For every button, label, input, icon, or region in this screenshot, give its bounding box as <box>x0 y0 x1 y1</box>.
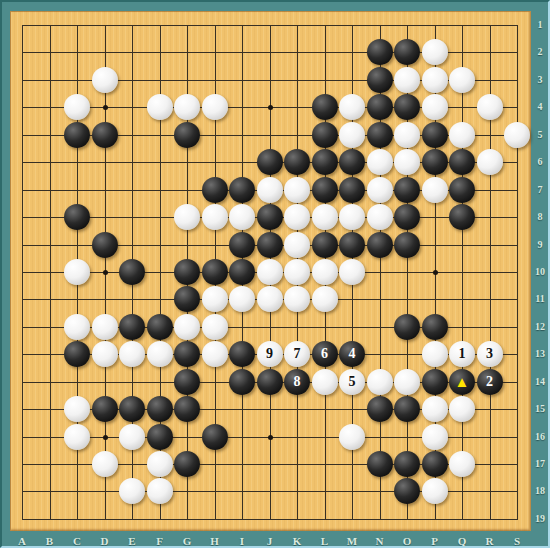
black-stone-Q8[interactable] <box>449 204 475 230</box>
white-stone-R13[interactable]: 3 <box>477 341 503 367</box>
white-stone-K8[interactable] <box>284 204 310 230</box>
black-stone-G5[interactable] <box>174 122 200 148</box>
row-label-1: 1 <box>530 19 550 30</box>
black-stone-N15[interactable] <box>367 396 393 422</box>
white-stone-L10[interactable] <box>312 259 338 285</box>
white-stone-O5[interactable] <box>394 122 420 148</box>
column-label-F: F <box>149 535 171 547</box>
column-label-N: N <box>369 535 391 547</box>
white-stone-H8[interactable] <box>202 204 228 230</box>
black-stone-K6[interactable] <box>284 149 310 175</box>
column-label-K: K <box>286 535 308 547</box>
black-stone-O17[interactable] <box>394 451 420 477</box>
black-stone-E12[interactable] <box>119 314 145 340</box>
star-point <box>103 435 108 440</box>
black-stone-N17[interactable] <box>367 451 393 477</box>
row-label-14: 14 <box>530 376 550 387</box>
black-stone-N3[interactable] <box>367 67 393 93</box>
white-stone-P7[interactable] <box>422 177 448 203</box>
black-stone-O7[interactable] <box>394 177 420 203</box>
row-label-7: 7 <box>530 184 550 195</box>
column-label-E: E <box>121 535 143 547</box>
star-point <box>103 105 108 110</box>
white-stone-Q5[interactable] <box>449 122 475 148</box>
white-stone-O3[interactable] <box>394 67 420 93</box>
white-stone-F13[interactable] <box>147 341 173 367</box>
white-stone-P2[interactable] <box>422 39 448 65</box>
black-stone-M7[interactable] <box>339 177 365 203</box>
white-stone-N6[interactable] <box>367 149 393 175</box>
white-stone-M10[interactable] <box>339 259 365 285</box>
white-stone-Q15[interactable] <box>449 396 475 422</box>
black-stone-I9[interactable] <box>229 232 255 258</box>
black-stone-M9[interactable] <box>339 232 365 258</box>
white-stone-I8[interactable] <box>229 204 255 230</box>
black-stone-I10[interactable] <box>229 259 255 285</box>
column-label-J: J <box>259 535 281 547</box>
black-stone-G10[interactable] <box>174 259 200 285</box>
column-label-R: R <box>479 535 501 547</box>
row-label-9: 9 <box>530 239 550 250</box>
black-stone-O9[interactable] <box>394 232 420 258</box>
white-stone-F18[interactable] <box>147 478 173 504</box>
row-label-6: 6 <box>530 156 550 167</box>
black-stone-N5[interactable] <box>367 122 393 148</box>
black-stone-E10[interactable] <box>119 259 145 285</box>
white-stone-F17[interactable] <box>147 451 173 477</box>
black-stone-L7[interactable] <box>312 177 338 203</box>
black-stone-G15[interactable] <box>174 396 200 422</box>
black-stone-K14[interactable]: 8 <box>284 369 310 395</box>
row-label-18: 18 <box>530 485 550 496</box>
black-stone-P5[interactable] <box>422 122 448 148</box>
black-stone-O8[interactable] <box>394 204 420 230</box>
white-stone-R4[interactable] <box>477 94 503 120</box>
black-stone-D9[interactable] <box>92 232 118 258</box>
column-label-H: H <box>204 535 226 547</box>
black-stone-Q6[interactable] <box>449 149 475 175</box>
black-stone-I7[interactable] <box>229 177 255 203</box>
white-stone-D3[interactable] <box>92 67 118 93</box>
white-stone-P13[interactable] <box>422 341 448 367</box>
column-label-B: B <box>39 535 61 547</box>
row-label-13: 13 <box>530 348 550 359</box>
white-stone-O14[interactable] <box>394 369 420 395</box>
white-stone-Q3[interactable] <box>449 67 475 93</box>
triangle-marker: ▲ <box>455 374 470 390</box>
black-stone-L4[interactable] <box>312 94 338 120</box>
black-stone-L6[interactable] <box>312 149 338 175</box>
white-stone-G8[interactable] <box>174 204 200 230</box>
black-stone-P12[interactable] <box>422 314 448 340</box>
white-stone-H4[interactable] <box>202 94 228 120</box>
white-stone-C15[interactable] <box>64 396 90 422</box>
black-stone-H16[interactable] <box>202 424 228 450</box>
white-stone-K10[interactable] <box>284 259 310 285</box>
black-stone-R14[interactable]: 2 <box>477 369 503 395</box>
white-stone-K7[interactable] <box>284 177 310 203</box>
white-stone-S5[interactable] <box>504 122 530 148</box>
grid-line-vertical <box>517 25 518 520</box>
star-point <box>433 270 438 275</box>
white-stone-L8[interactable] <box>312 204 338 230</box>
white-stone-P4[interactable] <box>422 94 448 120</box>
black-stone-F16[interactable] <box>147 424 173 450</box>
column-label-O: O <box>396 535 418 547</box>
black-stone-E15[interactable] <box>119 396 145 422</box>
white-stone-G12[interactable] <box>174 314 200 340</box>
black-stone-P14[interactable] <box>422 369 448 395</box>
white-stone-D17[interactable] <box>92 451 118 477</box>
black-stone-O15[interactable] <box>394 396 420 422</box>
black-stone-J14[interactable] <box>257 369 283 395</box>
column-label-D: D <box>94 535 116 547</box>
black-stone-J6[interactable] <box>257 149 283 175</box>
black-stone-P6[interactable] <box>422 149 448 175</box>
black-stone-M6[interactable] <box>339 149 365 175</box>
white-stone-L11[interactable] <box>312 286 338 312</box>
white-stone-P16[interactable] <box>422 424 448 450</box>
white-stone-J7[interactable] <box>257 177 283 203</box>
black-stone-Q14[interactable]: ▲ <box>449 369 475 395</box>
white-stone-H11[interactable] <box>202 286 228 312</box>
black-stone-I14[interactable] <box>229 369 255 395</box>
column-label-S: S <box>506 535 528 547</box>
white-stone-H12[interactable] <box>202 314 228 340</box>
black-stone-F12[interactable] <box>147 314 173 340</box>
star-point <box>103 270 108 275</box>
white-stone-P15[interactable] <box>422 396 448 422</box>
black-stone-L9[interactable] <box>312 232 338 258</box>
row-label-3: 3 <box>530 74 550 85</box>
white-stone-N7[interactable] <box>367 177 393 203</box>
black-stone-H10[interactable] <box>202 259 228 285</box>
black-stone-J9[interactable] <box>257 232 283 258</box>
column-label-M: M <box>341 535 363 547</box>
black-stone-D15[interactable] <box>92 396 118 422</box>
grid-line-horizontal <box>22 519 518 520</box>
row-label-17: 17 <box>530 458 550 469</box>
white-stone-J10[interactable] <box>257 259 283 285</box>
go-app-window: 97641385▲2ABCDEFGHIJKLMNOPQRS12345678910… <box>0 0 550 548</box>
row-label-2: 2 <box>530 46 550 57</box>
column-label-I: I <box>231 535 253 547</box>
white-stone-D13[interactable] <box>92 341 118 367</box>
column-label-C: C <box>66 535 88 547</box>
column-label-Q: Q <box>451 535 473 547</box>
white-stone-Q17[interactable] <box>449 451 475 477</box>
white-stone-N8[interactable] <box>367 204 393 230</box>
white-stone-J11[interactable] <box>257 286 283 312</box>
white-stone-K9[interactable] <box>284 232 310 258</box>
white-stone-F4[interactable] <box>147 94 173 120</box>
white-stone-R6[interactable] <box>477 149 503 175</box>
white-stone-H13[interactable] <box>202 341 228 367</box>
white-stone-O6[interactable] <box>394 149 420 175</box>
column-label-G: G <box>176 535 198 547</box>
row-label-10: 10 <box>530 266 550 277</box>
white-stone-C10[interactable] <box>64 259 90 285</box>
row-label-12: 12 <box>530 321 550 332</box>
white-stone-C12[interactable] <box>64 314 90 340</box>
white-stone-J13[interactable]: 9 <box>257 341 283 367</box>
row-label-19: 19 <box>530 513 550 524</box>
black-stone-J8[interactable] <box>257 204 283 230</box>
row-label-8: 8 <box>530 211 550 222</box>
black-stone-N9[interactable] <box>367 232 393 258</box>
black-stone-Q7[interactable] <box>449 177 475 203</box>
white-stone-L14[interactable] <box>312 369 338 395</box>
white-stone-E16[interactable] <box>119 424 145 450</box>
black-stone-G17[interactable] <box>174 451 200 477</box>
white-stone-P3[interactable] <box>422 67 448 93</box>
black-stone-N4[interactable] <box>367 94 393 120</box>
black-stone-P17[interactable] <box>422 451 448 477</box>
row-label-5: 5 <box>530 129 550 140</box>
white-stone-C16[interactable] <box>64 424 90 450</box>
star-point <box>268 105 273 110</box>
white-stone-M16[interactable] <box>339 424 365 450</box>
black-stone-C8[interactable] <box>64 204 90 230</box>
column-label-A: A <box>11 535 33 547</box>
white-stone-N14[interactable] <box>367 369 393 395</box>
black-stone-C5[interactable] <box>64 122 90 148</box>
black-stone-G14[interactable] <box>174 369 200 395</box>
black-stone-H7[interactable] <box>202 177 228 203</box>
black-stone-F15[interactable] <box>147 396 173 422</box>
white-stone-P18[interactable] <box>422 478 448 504</box>
black-stone-N2[interactable] <box>367 39 393 65</box>
star-point <box>268 435 273 440</box>
white-stone-M8[interactable] <box>339 204 365 230</box>
row-label-16: 16 <box>530 431 550 442</box>
row-label-11: 11 <box>530 293 550 304</box>
black-stone-L13[interactable]: 6 <box>312 341 338 367</box>
white-stone-M5[interactable] <box>339 122 365 148</box>
white-stone-D12[interactable] <box>92 314 118 340</box>
row-label-4: 4 <box>530 101 550 112</box>
row-label-15: 15 <box>530 403 550 414</box>
grid-line-vertical <box>462 25 463 520</box>
black-stone-O12[interactable] <box>394 314 420 340</box>
column-label-L: L <box>314 535 336 547</box>
black-stone-D5[interactable] <box>92 122 118 148</box>
black-stone-L5[interactable] <box>312 122 338 148</box>
column-label-P: P <box>424 535 446 547</box>
white-stone-M14[interactable]: 5 <box>339 369 365 395</box>
